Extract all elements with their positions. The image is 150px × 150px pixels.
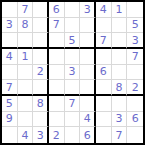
cell-r9c3[interactable]: 3 <box>33 127 49 143</box>
cell-r4c2[interactable]: 1 <box>18 49 34 65</box>
cell-r5c7[interactable]: 6 <box>96 65 112 81</box>
cell-r1c4[interactable]: 6 <box>49 2 65 18</box>
cell-r6c6[interactable] <box>80 80 96 96</box>
cell-r8c8[interactable]: 3 <box>112 112 128 128</box>
cell-r9c6[interactable]: 6 <box>80 127 96 143</box>
cell-r2c1[interactable]: 3 <box>2 18 18 34</box>
cell-r5c1[interactable] <box>2 65 18 81</box>
cell-r1c7[interactable]: 4 <box>96 2 112 18</box>
cell-r6c3[interactable] <box>33 80 49 96</box>
cell-r5c5[interactable]: 3 <box>65 65 81 81</box>
cell-r8c7[interactable] <box>96 112 112 128</box>
cell-r3c6[interactable] <box>80 33 96 49</box>
cell-r7c4[interactable] <box>49 96 65 112</box>
cell-r5c4[interactable] <box>49 65 65 81</box>
cell-r4c9[interactable]: 7 <box>127 49 143 65</box>
cell-r8c9[interactable]: 6 <box>127 112 143 128</box>
cell-r3c1[interactable] <box>2 33 18 49</box>
cell-r2c4[interactable]: 7 <box>49 18 65 34</box>
cell-r3c8[interactable] <box>112 33 128 49</box>
cell-r2c2[interactable]: 8 <box>18 18 34 34</box>
cell-r7c6[interactable] <box>80 96 96 112</box>
cell-r3c7[interactable]: 7 <box>96 33 112 49</box>
cell-r9c4[interactable]: 2 <box>49 127 65 143</box>
cell-r1c9[interactable] <box>127 2 143 18</box>
cell-r5c8[interactable] <box>112 65 128 81</box>
cell-r8c4[interactable] <box>49 112 65 128</box>
cell-r8c2[interactable] <box>18 112 34 128</box>
cell-r1c5[interactable] <box>65 2 81 18</box>
cell-r6c7[interactable] <box>96 80 112 96</box>
cell-r8c5[interactable] <box>65 112 81 128</box>
cell-r6c1[interactable]: 7 <box>2 80 18 96</box>
cell-r2c9[interactable]: 5 <box>127 18 143 34</box>
cell-r8c6[interactable]: 4 <box>80 112 96 128</box>
cell-r3c2[interactable] <box>18 33 34 49</box>
cell-r6c2[interactable] <box>18 80 34 96</box>
cell-r7c5[interactable]: 7 <box>65 96 81 112</box>
cell-r4c7[interactable] <box>96 49 112 65</box>
cell-r4c6[interactable] <box>80 49 96 65</box>
cell-r1c3[interactable] <box>33 2 49 18</box>
cell-r4c8[interactable] <box>112 49 128 65</box>
cell-r2c5[interactable] <box>65 18 81 34</box>
cell-r4c1[interactable]: 4 <box>2 49 18 65</box>
cell-r3c9[interactable]: 3 <box>127 33 143 49</box>
cell-r9c7[interactable] <box>96 127 112 143</box>
cell-r7c8[interactable] <box>112 96 128 112</box>
cell-r1c1[interactable] <box>2 2 18 18</box>
cell-r2c3[interactable] <box>33 18 49 34</box>
cell-r1c8[interactable]: 1 <box>112 2 128 18</box>
cell-r8c3[interactable] <box>33 112 49 128</box>
cell-r1c2[interactable]: 7 <box>18 2 34 18</box>
cell-r6c9[interactable]: 2 <box>127 80 143 96</box>
cell-r9c8[interactable]: 7 <box>112 127 128 143</box>
cell-r7c1[interactable]: 5 <box>2 96 18 112</box>
cell-r5c3[interactable]: 2 <box>33 65 49 81</box>
cell-r9c2[interactable]: 4 <box>18 127 34 143</box>
cell-r6c8[interactable]: 8 <box>112 80 128 96</box>
cell-r4c5[interactable] <box>65 49 81 65</box>
cell-r8c1[interactable]: 9 <box>2 112 18 128</box>
cell-r3c5[interactable]: 5 <box>65 33 81 49</box>
cell-r9c5[interactable] <box>65 127 81 143</box>
cell-r7c2[interactable] <box>18 96 34 112</box>
cell-r5c6[interactable] <box>80 65 96 81</box>
cell-r4c3[interactable] <box>33 49 49 65</box>
cell-r7c9[interactable] <box>127 96 143 112</box>
cell-r5c9[interactable] <box>127 65 143 81</box>
cell-r9c1[interactable] <box>2 127 18 143</box>
sudoku-board: 763413875573417236782587943643267 <box>0 0 145 145</box>
cell-r9c9[interactable] <box>127 127 143 143</box>
cell-r4c4[interactable] <box>49 49 65 65</box>
cell-r1c6[interactable]: 3 <box>80 2 96 18</box>
cell-r5c2[interactable] <box>18 65 34 81</box>
cell-r6c5[interactable] <box>65 80 81 96</box>
cell-r7c3[interactable]: 8 <box>33 96 49 112</box>
cell-r2c7[interactable] <box>96 18 112 34</box>
cell-r6c4[interactable] <box>49 80 65 96</box>
cell-r3c3[interactable] <box>33 33 49 49</box>
cell-r2c6[interactable] <box>80 18 96 34</box>
cell-r3c4[interactable] <box>49 33 65 49</box>
cell-r7c7[interactable] <box>96 96 112 112</box>
cell-r2c8[interactable] <box>112 18 128 34</box>
